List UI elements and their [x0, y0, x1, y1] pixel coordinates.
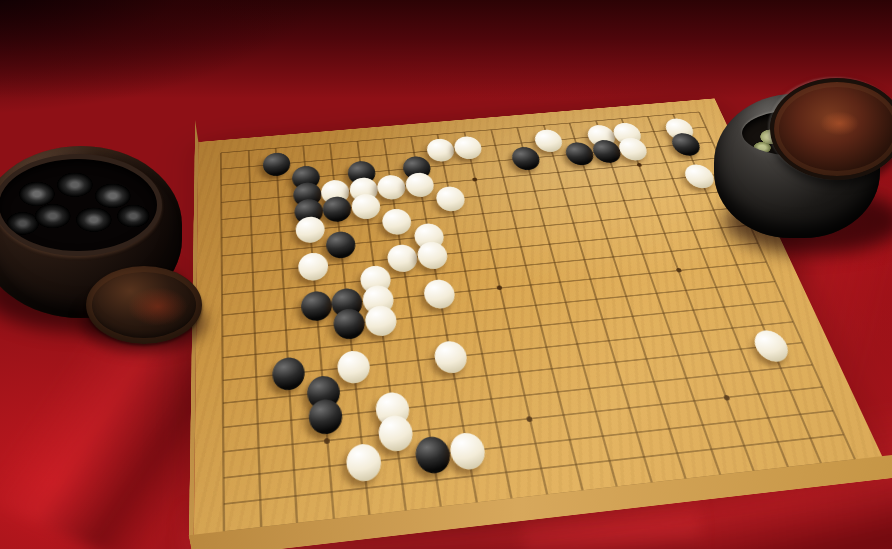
- intersection[interactable]: [713, 316, 752, 340]
- intersection[interactable]: [366, 329, 401, 354]
- intersection[interactable]: [404, 175, 435, 194]
- intersection[interactable]: [444, 412, 482, 440]
- intersection[interactable]: [414, 440, 452, 469]
- intersection[interactable]: [333, 312, 367, 336]
- intersection[interactable]: [207, 283, 238, 306]
- goban-scene: [200, 0, 800, 549]
- intersection[interactable]: [496, 338, 533, 363]
- intersection[interactable]: [275, 430, 311, 459]
- intersection[interactable]: [682, 319, 721, 343]
- white-stone[interactable]: [750, 329, 794, 363]
- intersection[interactable]: [608, 285, 645, 308]
- intersection[interactable]: [555, 450, 596, 480]
- intersection[interactable]: [538, 378, 576, 405]
- intersection[interactable]: [308, 403, 344, 431]
- intersection[interactable]: [374, 396, 410, 423]
- intersection[interactable]: [273, 383, 308, 410]
- hoshi-point: [473, 178, 478, 182]
- intersection[interactable]: [756, 270, 794, 292]
- intersection[interactable]: [341, 399, 377, 426]
- intersection[interactable]: [482, 433, 521, 462]
- intersection[interactable]: [331, 291, 364, 314]
- intersection[interactable]: [297, 256, 329, 278]
- intersection[interactable]: [348, 473, 386, 503]
- intersection[interactable]: [207, 303, 239, 327]
- intersection[interactable]: [578, 288, 614, 311]
- intersection[interactable]: [564, 353, 602, 379]
- intersection[interactable]: [435, 189, 467, 209]
- intersection[interactable]: [440, 389, 477, 416]
- intersection[interactable]: [274, 406, 309, 434]
- intersection[interactable]: [511, 405, 550, 433]
- intersection[interactable]: [609, 395, 649, 422]
- intersection[interactable]: [453, 280, 487, 303]
- intersection[interactable]: [706, 384, 747, 411]
- intersection[interactable]: [433, 344, 469, 369]
- intersection[interactable]: [422, 283, 456, 306]
- intersection[interactable]: [362, 288, 395, 311]
- intersection[interactable]: [240, 410, 275, 438]
- intersection[interactable]: [792, 352, 833, 378]
- intersection[interactable]: [359, 269, 392, 291]
- intersection[interactable]: [659, 343, 698, 368]
- white-stone[interactable]: [374, 391, 411, 429]
- intersection[interactable]: [239, 364, 273, 390]
- intersection[interactable]: [822, 421, 866, 449]
- intersection[interactable]: [491, 317, 527, 341]
- intersection[interactable]: [392, 286, 426, 309]
- intersection[interactable]: [583, 422, 623, 450]
- intersection[interactable]: [698, 362, 738, 388]
- intersection[interactable]: [548, 290, 584, 313]
- black-stone[interactable]: [272, 356, 306, 392]
- intersection[interactable]: [240, 386, 274, 413]
- intersection[interactable]: [295, 219, 326, 240]
- intersection[interactable]: [329, 272, 362, 295]
- intersection[interactable]: [277, 481, 314, 512]
- intersection[interactable]: [206, 390, 240, 417]
- intersection[interactable]: [682, 411, 723, 439]
- black-stone[interactable]: [306, 375, 341, 412]
- intersection[interactable]: [383, 469, 422, 499]
- intersection[interactable]: [675, 299, 713, 323]
- intersection[interactable]: [779, 400, 822, 427]
- intersection[interactable]: [527, 335, 564, 360]
- intersection[interactable]: [206, 463, 242, 493]
- intersection[interactable]: [276, 455, 313, 485]
- intersection[interactable]: [346, 448, 383, 477]
- intersection[interactable]: [714, 408, 756, 436]
- intersection[interactable]: [311, 451, 348, 481]
- white-stone-bowl: [708, 84, 892, 242]
- intersection[interactable]: [313, 477, 351, 508]
- intersection[interactable]: [464, 341, 500, 366]
- intersection[interactable]: [651, 322, 689, 346]
- intersection[interactable]: [381, 211, 413, 231]
- intersection[interactable]: [301, 315, 334, 339]
- intersection[interactable]: [811, 397, 854, 424]
- intersection[interactable]: [770, 377, 812, 404]
- hoshi-point: [314, 303, 319, 308]
- intersection[interactable]: [801, 374, 843, 400]
- intersection[interactable]: [269, 297, 301, 320]
- intersection[interactable]: [510, 150, 541, 168]
- intersection[interactable]: [404, 369, 440, 395]
- intersection[interactable]: [522, 314, 558, 338]
- black-stone[interactable]: [308, 398, 344, 436]
- intersection[interactable]: [773, 310, 813, 334]
- intersection[interactable]: [411, 416, 449, 444]
- intersection[interactable]: [729, 358, 770, 384]
- intersection[interactable]: [453, 139, 483, 157]
- intersection[interactable]: [623, 443, 665, 472]
- intersection[interactable]: [690, 340, 729, 365]
- white-stone[interactable]: [359, 265, 392, 296]
- intersection[interactable]: [764, 290, 803, 313]
- white-stone-bowl-lid: [770, 78, 892, 180]
- white-stone[interactable]: [361, 284, 395, 316]
- intersection[interactable]: [789, 424, 832, 452]
- intersection[interactable]: [303, 336, 337, 361]
- bowl-opening-black-stones: [0, 154, 162, 256]
- intersection[interactable]: [343, 423, 380, 451]
- intersection[interactable]: [590, 328, 628, 353]
- intersection[interactable]: [690, 435, 732, 464]
- intersection[interactable]: [743, 313, 782, 337]
- intersection[interactable]: [644, 302, 682, 326]
- intersection[interactable]: [553, 311, 590, 335]
- intersection[interactable]: [549, 425, 589, 453]
- intersection[interactable]: [271, 339, 304, 364]
- hoshi-point: [723, 395, 730, 401]
- intersection[interactable]: [206, 413, 241, 441]
- intersection[interactable]: [418, 465, 457, 495]
- intersection[interactable]: [478, 409, 516, 437]
- intersection[interactable]: [506, 382, 544, 409]
- intersection[interactable]: [238, 300, 270, 324]
- intersection[interactable]: [429, 323, 464, 347]
- intersection[interactable]: [533, 356, 571, 382]
- intersection[interactable]: [401, 347, 437, 372]
- intersection[interactable]: [426, 141, 456, 159]
- intersection[interactable]: [263, 155, 292, 173]
- intersection[interactable]: [483, 277, 518, 300]
- intersection[interactable]: [238, 281, 270, 304]
- black-stone[interactable]: [300, 290, 333, 322]
- intersection[interactable]: [306, 380, 341, 407]
- intersection[interactable]: [501, 359, 538, 385]
- intersection[interactable]: [649, 415, 690, 443]
- intersection[interactable]: [398, 326, 433, 351]
- intersection[interactable]: [602, 372, 641, 398]
- intersection[interactable]: [369, 351, 404, 376]
- intersection[interactable]: [517, 293, 553, 316]
- intersection[interactable]: [426, 302, 461, 326]
- intersection[interactable]: [621, 325, 659, 350]
- hoshi-point: [675, 268, 681, 273]
- intersection[interactable]: [760, 355, 801, 381]
- intersection[interactable]: [206, 438, 241, 467]
- intersection[interactable]: [238, 321, 271, 345]
- intersection[interactable]: [616, 418, 657, 446]
- intersection[interactable]: [487, 458, 527, 488]
- intersection[interactable]: [576, 398, 616, 425]
- intersection[interactable]: [756, 428, 799, 457]
- intersection[interactable]: [270, 318, 303, 342]
- intersection[interactable]: [559, 331, 596, 356]
- intersection[interactable]: [377, 178, 408, 197]
- intersection[interactable]: [206, 345, 239, 370]
- black-stone[interactable]: [414, 435, 453, 475]
- intersection[interactable]: [460, 320, 496, 344]
- intersection[interactable]: [380, 444, 418, 473]
- intersection[interactable]: [416, 245, 449, 267]
- intersection[interactable]: [339, 376, 374, 402]
- intersection[interactable]: [627, 346, 666, 371]
- hoshi-point: [527, 416, 534, 422]
- intersection[interactable]: [516, 429, 555, 458]
- intersection[interactable]: [738, 381, 779, 408]
- intersection[interactable]: [304, 357, 338, 383]
- intersection[interactable]: [641, 391, 681, 418]
- white-stone[interactable]: [364, 304, 399, 337]
- intersection[interactable]: [469, 363, 506, 389]
- intersection[interactable]: [325, 235, 356, 256]
- intersection[interactable]: [372, 373, 408, 399]
- intersection[interactable]: [456, 299, 491, 323]
- intersection[interactable]: [614, 305, 651, 329]
- intersection[interactable]: [721, 337, 761, 362]
- black-stone[interactable]: [331, 287, 364, 319]
- intersection[interactable]: [448, 436, 487, 465]
- intersection[interactable]: [705, 296, 743, 319]
- intersection[interactable]: [589, 446, 630, 475]
- intersection[interactable]: [239, 342, 272, 367]
- intersection[interactable]: [351, 197, 382, 217]
- intersection[interactable]: [544, 402, 583, 430]
- white-stone[interactable]: [345, 442, 383, 483]
- intersection[interactable]: [206, 489, 242, 520]
- intersection[interactable]: [584, 308, 621, 332]
- intersection[interactable]: [322, 199, 353, 219]
- hoshi-point: [497, 285, 503, 290]
- intersection[interactable]: [752, 334, 792, 359]
- intersection[interactable]: [377, 419, 414, 447]
- intersection[interactable]: [747, 404, 789, 432]
- intersection[interactable]: [206, 367, 239, 393]
- white-stone[interactable]: [432, 339, 469, 374]
- intersection[interactable]: [735, 293, 774, 316]
- hoshi-point: [324, 438, 330, 444]
- intersection[interactable]: [335, 332, 369, 357]
- intersection[interactable]: [521, 454, 561, 484]
- intersection[interactable]: [241, 459, 277, 489]
- hoshi-point: [636, 163, 642, 167]
- intersection[interactable]: [364, 309, 398, 333]
- white-stone[interactable]: [448, 431, 488, 471]
- intersection[interactable]: [387, 247, 420, 269]
- intersection[interactable]: [570, 375, 609, 401]
- intersection[interactable]: [272, 360, 306, 386]
- white-stone[interactable]: [337, 349, 372, 384]
- intersection[interactable]: [634, 368, 673, 394]
- intersection[interactable]: [473, 385, 511, 412]
- intersection[interactable]: [782, 330, 822, 355]
- intersection[interactable]: [487, 296, 522, 319]
- intersection[interactable]: [657, 439, 699, 468]
- intersection[interactable]: [241, 434, 276, 463]
- intersection[interactable]: [242, 485, 279, 516]
- intersection[interactable]: [596, 350, 634, 375]
- intersection[interactable]: [436, 366, 473, 392]
- intersection[interactable]: [723, 432, 766, 461]
- intersection[interactable]: [207, 324, 239, 348]
- intersection[interactable]: [407, 392, 444, 419]
- white-stone[interactable]: [377, 414, 415, 453]
- intersection[interactable]: [337, 354, 372, 380]
- lid-top: [86, 266, 202, 344]
- black-stone[interactable]: [333, 307, 367, 340]
- intersection[interactable]: [395, 305, 429, 329]
- intersection[interactable]: [300, 294, 333, 317]
- bowl-lid: [86, 266, 202, 344]
- intersection[interactable]: [309, 427, 345, 456]
- intersection[interactable]: [666, 365, 706, 391]
- intersection[interactable]: [674, 388, 715, 415]
- intersection[interactable]: [452, 462, 491, 492]
- intersection[interactable]: [268, 278, 300, 301]
